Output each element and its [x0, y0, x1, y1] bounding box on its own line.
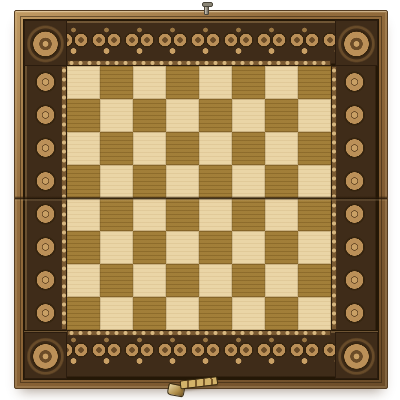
- square-h1[interactable]: [298, 297, 331, 330]
- square-h3[interactable]: [298, 231, 331, 264]
- square-a3[interactable]: [67, 231, 100, 264]
- chess-board: [67, 66, 331, 330]
- square-f8[interactable]: [232, 66, 265, 99]
- square-d3[interactable]: [166, 231, 199, 264]
- square-f6[interactable]: [232, 132, 265, 165]
- square-e7[interactable]: [199, 99, 232, 132]
- bead-rail-bottom: [67, 330, 331, 336]
- square-d7[interactable]: [166, 99, 199, 132]
- clasp-arm: [179, 376, 218, 390]
- square-c2[interactable]: [133, 264, 166, 297]
- carved-border-bottom: [24, 330, 378, 379]
- square-d4[interactable]: [166, 198, 199, 231]
- square-c3[interactable]: [133, 231, 166, 264]
- square-f3[interactable]: [232, 231, 265, 264]
- square-h6[interactable]: [298, 132, 331, 165]
- square-b3[interactable]: [100, 231, 133, 264]
- square-e4[interactable]: [199, 198, 232, 231]
- corner-medallion-bottom-left: [24, 332, 67, 379]
- square-f4[interactable]: [232, 198, 265, 231]
- square-g1[interactable]: [265, 297, 298, 330]
- square-d6[interactable]: [166, 132, 199, 165]
- square-e3[interactable]: [199, 231, 232, 264]
- square-c1[interactable]: [133, 297, 166, 330]
- corner-medallion-top-left: [24, 20, 67, 66]
- square-a1[interactable]: [67, 297, 100, 330]
- square-b4[interactable]: [100, 198, 133, 231]
- square-h5[interactable]: [298, 165, 331, 198]
- square-f7[interactable]: [232, 99, 265, 132]
- square-e1[interactable]: [199, 297, 232, 330]
- square-g5[interactable]: [265, 165, 298, 198]
- hinge-pin-head: [202, 2, 213, 7]
- square-c8[interactable]: [133, 66, 166, 99]
- square-b5[interactable]: [100, 165, 133, 198]
- square-g8[interactable]: [265, 66, 298, 99]
- square-a2[interactable]: [67, 264, 100, 297]
- square-c5[interactable]: [133, 165, 166, 198]
- square-b8[interactable]: [100, 66, 133, 99]
- square-d5[interactable]: [166, 165, 199, 198]
- square-b6[interactable]: [100, 132, 133, 165]
- square-h8[interactable]: [298, 66, 331, 99]
- square-c4[interactable]: [133, 198, 166, 231]
- square-f1[interactable]: [232, 297, 265, 330]
- square-c7[interactable]: [133, 99, 166, 132]
- square-a7[interactable]: [67, 99, 100, 132]
- hinge-pin: [204, 3, 209, 15]
- square-b7[interactable]: [100, 99, 133, 132]
- chess-box: [14, 10, 388, 389]
- square-a5[interactable]: [67, 165, 100, 198]
- square-d8[interactable]: [166, 66, 199, 99]
- square-e8[interactable]: [199, 66, 232, 99]
- square-e6[interactable]: [199, 132, 232, 165]
- bead-rail-right: [331, 66, 337, 330]
- square-a4[interactable]: [67, 198, 100, 231]
- square-e5[interactable]: [199, 165, 232, 198]
- square-g3[interactable]: [265, 231, 298, 264]
- square-g4[interactable]: [265, 198, 298, 231]
- square-b2[interactable]: [100, 264, 133, 297]
- square-g6[interactable]: [265, 132, 298, 165]
- product-photo: [0, 0, 400, 400]
- square-d2[interactable]: [166, 264, 199, 297]
- corner-medallion-bottom-right: [335, 332, 378, 379]
- square-g2[interactable]: [265, 264, 298, 297]
- square-f2[interactable]: [232, 264, 265, 297]
- square-e2[interactable]: [199, 264, 232, 297]
- square-a8[interactable]: [67, 66, 100, 99]
- square-d1[interactable]: [166, 297, 199, 330]
- square-a6[interactable]: [67, 132, 100, 165]
- square-h2[interactable]: [298, 264, 331, 297]
- square-c6[interactable]: [133, 132, 166, 165]
- square-h7[interactable]: [298, 99, 331, 132]
- carved-border-right: [331, 66, 378, 330]
- square-b1[interactable]: [100, 297, 133, 330]
- square-h4[interactable]: [298, 198, 331, 231]
- square-f5[interactable]: [232, 165, 265, 198]
- corner-medallion-top-right: [335, 20, 378, 66]
- square-g7[interactable]: [265, 99, 298, 132]
